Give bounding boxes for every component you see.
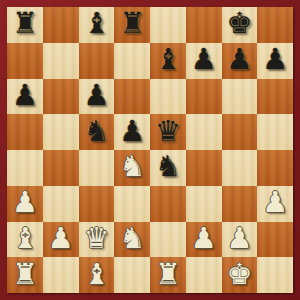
square-c1[interactable]: ♝ [79, 257, 115, 293]
square-b8[interactable] [43, 7, 79, 43]
square-g6[interactable] [222, 79, 258, 115]
square-h2[interactable] [257, 222, 293, 258]
square-b5[interactable] [43, 114, 79, 150]
board-frame: ♜♝♜♚♝♟♟♟♟♟♞♟♛♞♞♟♟♝♟♛♞♟♟♜♝♜♚ [0, 0, 300, 300]
white-bishop[interactable]: ♝ [83, 260, 109, 289]
square-c4[interactable] [79, 150, 115, 186]
white-rook[interactable]: ♜ [155, 260, 181, 289]
square-a7[interactable] [7, 43, 43, 79]
square-f5[interactable] [186, 114, 222, 150]
square-g7[interactable]: ♟ [222, 43, 258, 79]
black-pawn[interactable]: ♟ [83, 81, 109, 110]
black-queen[interactable]: ♛ [155, 117, 181, 146]
black-pawn[interactable]: ♟ [226, 45, 252, 74]
black-pawn[interactable]: ♟ [262, 45, 288, 74]
black-pawn[interactable]: ♟ [191, 45, 217, 74]
square-b3[interactable] [43, 186, 79, 222]
square-g8[interactable]: ♚ [222, 7, 258, 43]
black-bishop[interactable]: ♝ [155, 45, 181, 74]
square-e2[interactable] [150, 222, 186, 258]
square-f7[interactable]: ♟ [186, 43, 222, 79]
square-b7[interactable] [43, 43, 79, 79]
white-knight[interactable]: ♞ [119, 224, 145, 253]
square-f4[interactable] [186, 150, 222, 186]
square-c7[interactable] [79, 43, 115, 79]
square-e4[interactable]: ♞ [150, 150, 186, 186]
square-e6[interactable] [150, 79, 186, 115]
white-pawn[interactable]: ♟ [226, 224, 252, 253]
square-d6[interactable] [114, 79, 150, 115]
square-f2[interactable]: ♟ [186, 222, 222, 258]
white-knight[interactable]: ♞ [119, 152, 145, 181]
black-bishop[interactable]: ♝ [83, 9, 109, 38]
square-h8[interactable] [257, 7, 293, 43]
white-pawn[interactable]: ♟ [48, 224, 74, 253]
square-g5[interactable] [222, 114, 258, 150]
black-knight[interactable]: ♞ [155, 152, 181, 181]
black-knight[interactable]: ♞ [83, 117, 109, 146]
square-e1[interactable]: ♜ [150, 257, 186, 293]
square-d4[interactable]: ♞ [114, 150, 150, 186]
black-pawn[interactable]: ♟ [12, 81, 38, 110]
black-rook[interactable]: ♜ [119, 9, 145, 38]
square-h6[interactable] [257, 79, 293, 115]
square-b2[interactable]: ♟ [43, 222, 79, 258]
square-a5[interactable] [7, 114, 43, 150]
white-pawn[interactable]: ♟ [262, 188, 288, 217]
square-e3[interactable] [150, 186, 186, 222]
square-d8[interactable]: ♜ [114, 7, 150, 43]
square-h3[interactable]: ♟ [257, 186, 293, 222]
square-f3[interactable] [186, 186, 222, 222]
white-queen[interactable]: ♛ [83, 224, 109, 253]
square-b4[interactable] [43, 150, 79, 186]
square-b1[interactable] [43, 257, 79, 293]
square-h5[interactable] [257, 114, 293, 150]
square-c6[interactable]: ♟ [79, 79, 115, 115]
chess-board: ♜♝♜♚♝♟♟♟♟♟♞♟♛♞♞♟♟♝♟♛♞♟♟♜♝♜♚ [7, 7, 293, 293]
black-rook[interactable]: ♜ [12, 9, 38, 38]
square-b6[interactable] [43, 79, 79, 115]
square-a3[interactable]: ♟ [7, 186, 43, 222]
square-d1[interactable] [114, 257, 150, 293]
square-f1[interactable] [186, 257, 222, 293]
white-bishop[interactable]: ♝ [12, 224, 38, 253]
square-g3[interactable] [222, 186, 258, 222]
square-h1[interactable] [257, 257, 293, 293]
square-c3[interactable] [79, 186, 115, 222]
square-e7[interactable]: ♝ [150, 43, 186, 79]
square-g4[interactable] [222, 150, 258, 186]
square-h4[interactable] [257, 150, 293, 186]
white-rook[interactable]: ♜ [12, 260, 38, 289]
white-pawn[interactable]: ♟ [191, 224, 217, 253]
white-king[interactable]: ♚ [226, 260, 252, 289]
square-f6[interactable] [186, 79, 222, 115]
square-a2[interactable]: ♝ [7, 222, 43, 258]
square-g2[interactable]: ♟ [222, 222, 258, 258]
square-d5[interactable]: ♟ [114, 114, 150, 150]
square-a6[interactable]: ♟ [7, 79, 43, 115]
square-c5[interactable]: ♞ [79, 114, 115, 150]
square-e5[interactable]: ♛ [150, 114, 186, 150]
square-d3[interactable] [114, 186, 150, 222]
square-f8[interactable] [186, 7, 222, 43]
white-pawn[interactable]: ♟ [12, 188, 38, 217]
square-a1[interactable]: ♜ [7, 257, 43, 293]
square-d7[interactable] [114, 43, 150, 79]
square-a8[interactable]: ♜ [7, 7, 43, 43]
black-pawn[interactable]: ♟ [119, 117, 145, 146]
square-d2[interactable]: ♞ [114, 222, 150, 258]
square-c2[interactable]: ♛ [79, 222, 115, 258]
square-e8[interactable] [150, 7, 186, 43]
square-a4[interactable] [7, 150, 43, 186]
square-h7[interactable]: ♟ [257, 43, 293, 79]
square-c8[interactable]: ♝ [79, 7, 115, 43]
black-king[interactable]: ♚ [226, 9, 252, 38]
square-g1[interactable]: ♚ [222, 257, 258, 293]
